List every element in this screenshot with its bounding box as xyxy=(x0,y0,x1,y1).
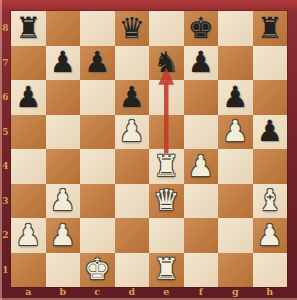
white-queen: ♛ xyxy=(149,184,184,219)
white-pawn: ♟ xyxy=(218,115,253,150)
square-c7[interactable]: ♟ xyxy=(80,46,115,81)
square-e2[interactable] xyxy=(149,218,184,253)
black-pawn: ♟ xyxy=(80,46,115,81)
square-h5[interactable]: ♟ xyxy=(253,115,288,150)
square-d1[interactable] xyxy=(115,253,150,288)
square-e6[interactable] xyxy=(149,80,184,115)
square-a3[interactable] xyxy=(11,184,46,219)
white-pawn: ♟ xyxy=(115,115,150,150)
square-h8[interactable]: ♜ xyxy=(253,11,288,46)
white-pawn: ♟ xyxy=(46,184,81,219)
square-a1[interactable] xyxy=(11,253,46,288)
black-rook: ♜ xyxy=(11,11,46,46)
square-g6[interactable]: ♟ xyxy=(218,80,253,115)
square-g4[interactable] xyxy=(218,149,253,184)
square-b2[interactable]: ♟ xyxy=(46,218,81,253)
square-d7[interactable] xyxy=(115,46,150,81)
square-g5[interactable]: ♟ xyxy=(218,115,253,150)
black-pawn: ♟ xyxy=(184,46,219,81)
square-e4[interactable]: ♜ xyxy=(149,149,184,184)
square-d2[interactable] xyxy=(115,218,150,253)
square-d6[interactable]: ♟ xyxy=(115,80,150,115)
black-pawn: ♟ xyxy=(11,80,46,115)
white-pawn: ♟ xyxy=(184,149,219,184)
square-d8[interactable]: ♛ xyxy=(115,11,150,46)
square-b3[interactable]: ♟ xyxy=(46,184,81,219)
square-c8[interactable] xyxy=(80,11,115,46)
square-h6[interactable] xyxy=(253,80,288,115)
square-e1[interactable]: ♜ xyxy=(149,253,184,288)
square-f4[interactable]: ♟ xyxy=(184,149,219,184)
square-e5[interactable] xyxy=(149,115,184,150)
white-rook: ♜ xyxy=(149,149,184,184)
square-g3[interactable] xyxy=(218,184,253,219)
square-b6[interactable] xyxy=(46,80,81,115)
square-a4[interactable] xyxy=(11,149,46,184)
square-e7[interactable]: ♞ xyxy=(149,46,184,81)
black-knight: ♞ xyxy=(149,46,184,81)
black-pawn: ♟ xyxy=(218,80,253,115)
square-d4[interactable] xyxy=(115,149,150,184)
square-d3[interactable] xyxy=(115,184,150,219)
square-h2[interactable]: ♟ xyxy=(253,218,288,253)
white-rook: ♜ xyxy=(149,253,184,288)
square-b4[interactable] xyxy=(46,149,81,184)
square-c6[interactable] xyxy=(80,80,115,115)
frame-top-band xyxy=(0,0,297,11)
square-f8[interactable]: ♚ xyxy=(184,11,219,46)
white-pawn: ♟ xyxy=(253,218,288,253)
chess-board: ♜♛♚♜♟♟♞♟♟♟♟♟♟♟♜♟♟♛♝♟♟♟♚♜ xyxy=(11,11,287,287)
square-f1[interactable] xyxy=(184,253,219,288)
black-rook: ♜ xyxy=(253,11,288,46)
square-h3[interactable]: ♝ xyxy=(253,184,288,219)
square-g7[interactable] xyxy=(218,46,253,81)
black-pawn: ♟ xyxy=(115,80,150,115)
square-c2[interactable] xyxy=(80,218,115,253)
square-a8[interactable]: ♜ xyxy=(11,11,46,46)
square-a6[interactable]: ♟ xyxy=(11,80,46,115)
square-f6[interactable] xyxy=(184,80,219,115)
square-b7[interactable]: ♟ xyxy=(46,46,81,81)
white-pawn: ♟ xyxy=(46,218,81,253)
square-c4[interactable] xyxy=(80,149,115,184)
square-g1[interactable] xyxy=(218,253,253,288)
square-e8[interactable] xyxy=(149,11,184,46)
square-c1[interactable]: ♚ xyxy=(80,253,115,288)
white-pawn: ♟ xyxy=(11,218,46,253)
black-queen: ♛ xyxy=(115,11,150,46)
square-e3[interactable]: ♛ xyxy=(149,184,184,219)
chess-diagram: 87654321 ♜♛♚♜♟♟♞♟♟♟♟♟♟♟♜♟♟♛♝♟♟♟♚♜ abcdef… xyxy=(0,0,297,300)
square-a5[interactable] xyxy=(11,115,46,150)
square-b5[interactable] xyxy=(46,115,81,150)
square-h1[interactable] xyxy=(253,253,288,288)
square-f3[interactable] xyxy=(184,184,219,219)
square-f5[interactable] xyxy=(184,115,219,150)
black-pawn: ♟ xyxy=(253,115,288,150)
square-h7[interactable] xyxy=(253,46,288,81)
black-pawn: ♟ xyxy=(46,46,81,81)
square-h4[interactable] xyxy=(253,149,288,184)
square-d5[interactable]: ♟ xyxy=(115,115,150,150)
square-g8[interactable] xyxy=(218,11,253,46)
square-c3[interactable] xyxy=(80,184,115,219)
white-bishop: ♝ xyxy=(253,184,288,219)
square-f2[interactable] xyxy=(184,218,219,253)
square-b1[interactable] xyxy=(46,253,81,288)
left-edge-highlight xyxy=(0,0,2,300)
black-king: ♚ xyxy=(184,11,219,46)
square-a7[interactable] xyxy=(11,46,46,81)
square-c5[interactable] xyxy=(80,115,115,150)
square-b8[interactable] xyxy=(46,11,81,46)
square-g2[interactable] xyxy=(218,218,253,253)
white-king: ♚ xyxy=(80,253,115,288)
square-a2[interactable]: ♟ xyxy=(11,218,46,253)
square-f7[interactable]: ♟ xyxy=(184,46,219,81)
